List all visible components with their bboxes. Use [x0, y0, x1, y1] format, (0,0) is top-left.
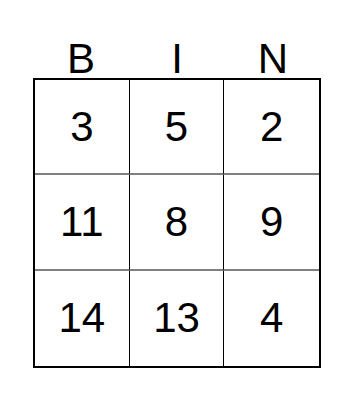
cell-r1c2[interactable]: 5 [130, 80, 225, 175]
cell-r3c1[interactable]: 14 [35, 271, 130, 366]
cell-r3c2[interactable]: 13 [130, 271, 225, 366]
bingo-card: B I N 3 5 2 11 8 9 14 13 4 [0, 0, 353, 400]
cell-r1c1[interactable]: 3 [35, 80, 130, 175]
cell-r1c3[interactable]: 2 [224, 80, 319, 175]
cell-r2c1[interactable]: 11 [35, 175, 130, 270]
cell-r2c2[interactable]: 8 [130, 175, 225, 270]
cell-r2c3[interactable]: 9 [224, 175, 319, 270]
cell-r3c3[interactable]: 4 [224, 271, 319, 366]
column-header-n: N [225, 38, 321, 80]
column-headers: B I N [33, 20, 321, 80]
column-header-i: I [129, 38, 225, 80]
column-header-b: B [33, 38, 129, 80]
bingo-grid: 3 5 2 11 8 9 14 13 4 [33, 78, 321, 368]
